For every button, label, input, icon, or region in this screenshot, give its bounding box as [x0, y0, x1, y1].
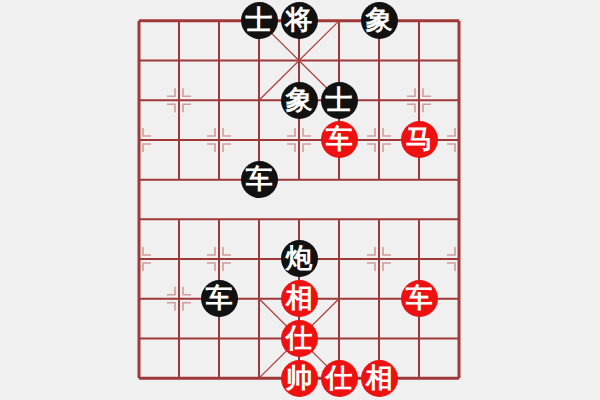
- board-point-f4r0: 将: [279, 1, 319, 41]
- black-elephant[interactable]: 象: [281, 82, 318, 119]
- black-chariot[interactable]: 车: [241, 161, 278, 198]
- board-point-f4r2: 象: [279, 80, 319, 120]
- red-chariot[interactable]: 车: [321, 121, 358, 158]
- pieces-layer: 士将象象士车马车炮车相车仕帅仕相: [119, 1, 479, 398]
- board-point-f6r0: 象: [359, 1, 399, 41]
- board-point-f2r7: 车: [199, 279, 239, 319]
- red-advisor[interactable]: 仕: [321, 360, 358, 397]
- board-point-f7r7: 车: [399, 279, 439, 319]
- board-point-f5r3: 车: [319, 120, 359, 160]
- black-elephant[interactable]: 象: [361, 2, 398, 39]
- board-point-f6r9: 相: [359, 358, 399, 398]
- black-cannon[interactable]: 炮: [281, 240, 318, 277]
- app-background: 士将象象士车马车炮车相车仕帅仕相: [0, 0, 600, 400]
- red-advisor[interactable]: 仕: [281, 320, 318, 357]
- board-point-f4r8: 仕: [279, 319, 319, 359]
- red-elephant[interactable]: 相: [361, 360, 398, 397]
- black-advisor[interactable]: 士: [321, 82, 358, 119]
- board-point-f3r4: 车: [239, 160, 279, 200]
- board-point-f5r9: 仕: [319, 358, 359, 398]
- red-horse[interactable]: 马: [401, 121, 438, 158]
- board-point-f4r9: 帅: [279, 358, 319, 398]
- board-point-f7r3: 马: [399, 120, 439, 160]
- board-point-f3r0: 士: [239, 1, 279, 41]
- xiangqi-board[interactable]: 士将象象士车马车炮车相车仕帅仕相: [119, 1, 479, 398]
- black-chariot[interactable]: 车: [201, 280, 238, 317]
- black-advisor[interactable]: 士: [241, 2, 278, 39]
- board-point-f5r2: 士: [319, 80, 359, 120]
- red-chariot[interactable]: 车: [401, 280, 438, 317]
- black-general[interactable]: 将: [281, 2, 318, 39]
- board-point-f4r7: 相: [279, 279, 319, 319]
- red-elephant[interactable]: 相: [281, 280, 318, 317]
- board-point-f4r6: 炮: [279, 239, 319, 279]
- red-general[interactable]: 帅: [281, 360, 318, 397]
